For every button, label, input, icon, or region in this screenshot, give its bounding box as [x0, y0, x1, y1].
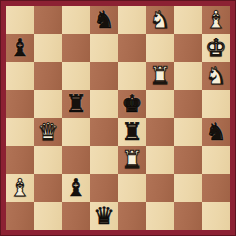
- square-f8[interactable]: ♞: [146, 6, 174, 34]
- square-a6[interactable]: [6, 62, 34, 90]
- white-bishop-piece: ♝: [9, 174, 31, 202]
- white-king-piece: ♚: [205, 34, 227, 62]
- square-d2[interactable]: [90, 174, 118, 202]
- square-g1[interactable]: [174, 202, 202, 230]
- square-g7[interactable]: [174, 34, 202, 62]
- square-d5[interactable]: [90, 90, 118, 118]
- square-g8[interactable]: [174, 6, 202, 34]
- square-f2[interactable]: [146, 174, 174, 202]
- square-d4[interactable]: [90, 118, 118, 146]
- square-b1[interactable]: [34, 202, 62, 230]
- square-b7[interactable]: [34, 34, 62, 62]
- black-rook-piece: ♜: [65, 90, 87, 118]
- square-b4[interactable]: ♛: [34, 118, 62, 146]
- square-d6[interactable]: [90, 62, 118, 90]
- square-b2[interactable]: [34, 174, 62, 202]
- square-h7[interactable]: ♚: [202, 34, 230, 62]
- square-c2[interactable]: ♝: [62, 174, 90, 202]
- square-a8[interactable]: [6, 6, 34, 34]
- white-queen-piece: ♛: [37, 118, 59, 146]
- black-queen-piece: ♛: [93, 202, 115, 230]
- white-bishop-piece: ♝: [205, 6, 227, 34]
- square-g3[interactable]: [174, 146, 202, 174]
- square-a2[interactable]: ♝: [6, 174, 34, 202]
- square-c7[interactable]: [62, 34, 90, 62]
- square-b6[interactable]: [34, 62, 62, 90]
- square-d8[interactable]: ♞: [90, 6, 118, 34]
- square-e2[interactable]: [118, 174, 146, 202]
- square-f3[interactable]: [146, 146, 174, 174]
- square-h3[interactable]: [202, 146, 230, 174]
- square-a7[interactable]: ♝: [6, 34, 34, 62]
- black-knight-piece: ♞: [205, 118, 227, 146]
- chess-diagram: ♞♞♝♝♚♜♞♜♚♛♜♞♜♝♝♛: [0, 0, 236, 236]
- chess-board: ♞♞♝♝♚♜♞♜♚♛♜♞♜♝♝♛: [0, 0, 236, 236]
- white-rook-piece: ♜: [121, 146, 143, 174]
- square-d3[interactable]: [90, 146, 118, 174]
- square-f5[interactable]: [146, 90, 174, 118]
- square-c3[interactable]: [62, 146, 90, 174]
- square-h1[interactable]: [202, 202, 230, 230]
- square-a5[interactable]: [6, 90, 34, 118]
- square-b5[interactable]: [34, 90, 62, 118]
- square-f6[interactable]: ♜: [146, 62, 174, 90]
- square-c4[interactable]: [62, 118, 90, 146]
- black-knight-piece: ♞: [93, 6, 115, 34]
- square-h2[interactable]: [202, 174, 230, 202]
- square-b3[interactable]: [34, 146, 62, 174]
- square-e1[interactable]: [118, 202, 146, 230]
- square-h4[interactable]: ♞: [202, 118, 230, 146]
- square-g2[interactable]: [174, 174, 202, 202]
- black-bishop-piece: ♝: [65, 174, 87, 202]
- square-b8[interactable]: [34, 6, 62, 34]
- white-rook-piece: ♜: [149, 62, 171, 90]
- square-e7[interactable]: [118, 34, 146, 62]
- square-e4[interactable]: ♜: [118, 118, 146, 146]
- square-g4[interactable]: [174, 118, 202, 146]
- square-c1[interactable]: [62, 202, 90, 230]
- square-e3[interactable]: ♜: [118, 146, 146, 174]
- black-rook-piece: ♜: [121, 118, 143, 146]
- square-f7[interactable]: [146, 34, 174, 62]
- square-h5[interactable]: [202, 90, 230, 118]
- square-d7[interactable]: [90, 34, 118, 62]
- square-e8[interactable]: [118, 6, 146, 34]
- square-f4[interactable]: [146, 118, 174, 146]
- square-c6[interactable]: [62, 62, 90, 90]
- white-knight-piece: ♞: [205, 62, 227, 90]
- square-c5[interactable]: ♜: [62, 90, 90, 118]
- square-h6[interactable]: ♞: [202, 62, 230, 90]
- white-knight-piece: ♞: [149, 6, 171, 34]
- square-g5[interactable]: [174, 90, 202, 118]
- square-e5[interactable]: ♚: [118, 90, 146, 118]
- square-a3[interactable]: [6, 146, 34, 174]
- black-king-piece: ♚: [121, 90, 143, 118]
- square-h8[interactable]: ♝: [202, 6, 230, 34]
- square-a1[interactable]: [6, 202, 34, 230]
- square-c8[interactable]: [62, 6, 90, 34]
- square-f1[interactable]: [146, 202, 174, 230]
- square-d1[interactable]: ♛: [90, 202, 118, 230]
- black-bishop-piece: ♝: [9, 34, 31, 62]
- square-e6[interactable]: [118, 62, 146, 90]
- square-g6[interactable]: [174, 62, 202, 90]
- square-a4[interactable]: [6, 118, 34, 146]
